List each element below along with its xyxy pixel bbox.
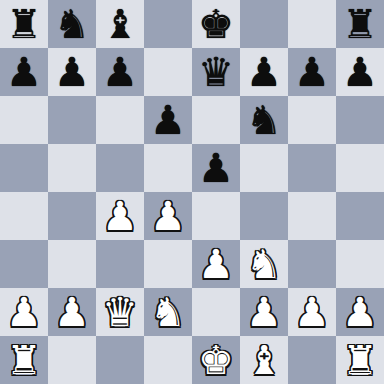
- piece-black-pawn[interactable]: ♟: [294, 48, 330, 96]
- square-g1[interactable]: [288, 336, 336, 384]
- piece-white-rook[interactable]: ♜: [6, 336, 42, 384]
- square-e4[interactable]: [192, 192, 240, 240]
- square-e3[interactable]: ♟: [192, 240, 240, 288]
- square-h6[interactable]: [336, 96, 384, 144]
- square-a1[interactable]: ♜: [0, 336, 48, 384]
- square-d4[interactable]: ♟: [144, 192, 192, 240]
- square-f8[interactable]: [240, 0, 288, 48]
- square-f7[interactable]: ♟: [240, 48, 288, 96]
- piece-white-queen[interactable]: ♛: [102, 288, 138, 336]
- piece-white-king[interactable]: ♚: [198, 336, 234, 384]
- square-b8[interactable]: ♞: [48, 0, 96, 48]
- piece-black-queen[interactable]: ♛: [198, 48, 234, 96]
- square-c5[interactable]: [96, 144, 144, 192]
- piece-black-pawn[interactable]: ♟: [54, 48, 90, 96]
- square-c3[interactable]: [96, 240, 144, 288]
- square-c4[interactable]: ♟: [96, 192, 144, 240]
- piece-white-pawn[interactable]: ♟: [294, 288, 330, 336]
- piece-black-pawn[interactable]: ♟: [246, 48, 282, 96]
- piece-black-rook[interactable]: ♜: [6, 0, 42, 48]
- piece-black-knight[interactable]: ♞: [54, 0, 90, 48]
- square-g3[interactable]: [288, 240, 336, 288]
- square-g4[interactable]: [288, 192, 336, 240]
- square-d6[interactable]: ♟: [144, 96, 192, 144]
- square-c6[interactable]: [96, 96, 144, 144]
- piece-white-pawn[interactable]: ♟: [246, 288, 282, 336]
- square-e5[interactable]: ♟: [192, 144, 240, 192]
- piece-white-pawn[interactable]: ♟: [54, 288, 90, 336]
- square-d7[interactable]: [144, 48, 192, 96]
- square-a8[interactable]: ♜: [0, 0, 48, 48]
- piece-white-pawn[interactable]: ♟: [150, 192, 186, 240]
- square-g8[interactable]: [288, 0, 336, 48]
- piece-black-pawn[interactable]: ♟: [342, 48, 378, 96]
- square-h5[interactable]: [336, 144, 384, 192]
- square-a2[interactable]: ♟: [0, 288, 48, 336]
- square-f1[interactable]: ♝: [240, 336, 288, 384]
- square-f2[interactable]: ♟: [240, 288, 288, 336]
- square-c2[interactable]: ♛: [96, 288, 144, 336]
- piece-white-rook[interactable]: ♜: [342, 336, 378, 384]
- square-f5[interactable]: [240, 144, 288, 192]
- square-e2[interactable]: [192, 288, 240, 336]
- square-h4[interactable]: [336, 192, 384, 240]
- piece-black-rook[interactable]: ♜: [342, 0, 378, 48]
- square-g5[interactable]: [288, 144, 336, 192]
- square-f6[interactable]: ♞: [240, 96, 288, 144]
- square-b1[interactable]: [48, 336, 96, 384]
- piece-black-king[interactable]: ♚: [198, 0, 234, 48]
- square-d3[interactable]: [144, 240, 192, 288]
- square-e8[interactable]: ♚: [192, 0, 240, 48]
- piece-white-pawn[interactable]: ♟: [198, 240, 234, 288]
- square-d8[interactable]: [144, 0, 192, 48]
- square-f4[interactable]: [240, 192, 288, 240]
- square-b4[interactable]: [48, 192, 96, 240]
- square-c1[interactable]: [96, 336, 144, 384]
- square-b3[interactable]: [48, 240, 96, 288]
- square-e7[interactable]: ♛: [192, 48, 240, 96]
- square-c8[interactable]: ♝: [96, 0, 144, 48]
- piece-black-knight[interactable]: ♞: [246, 96, 282, 144]
- piece-black-bishop[interactable]: ♝: [102, 0, 138, 48]
- square-g6[interactable]: [288, 96, 336, 144]
- square-e1[interactable]: ♚: [192, 336, 240, 384]
- square-a6[interactable]: [0, 96, 48, 144]
- square-d1[interactable]: [144, 336, 192, 384]
- piece-black-pawn[interactable]: ♟: [150, 96, 186, 144]
- chess-board: ♜♞♝♚♜♟♟♟♛♟♟♟♟♞♟♟♟♟♞♟♟♛♞♟♟♟♜♚♝♜: [0, 0, 384, 384]
- square-e6[interactable]: [192, 96, 240, 144]
- square-b6[interactable]: [48, 96, 96, 144]
- square-g7[interactable]: ♟: [288, 48, 336, 96]
- square-c7[interactable]: ♟: [96, 48, 144, 96]
- square-b5[interactable]: [48, 144, 96, 192]
- square-a3[interactable]: [0, 240, 48, 288]
- square-a5[interactable]: [0, 144, 48, 192]
- square-f3[interactable]: ♞: [240, 240, 288, 288]
- square-a4[interactable]: [0, 192, 48, 240]
- square-d2[interactable]: ♞: [144, 288, 192, 336]
- piece-black-pawn[interactable]: ♟: [198, 144, 234, 192]
- square-h8[interactable]: ♜: [336, 0, 384, 48]
- square-b2[interactable]: ♟: [48, 288, 96, 336]
- piece-white-pawn[interactable]: ♟: [102, 192, 138, 240]
- square-h2[interactable]: ♟: [336, 288, 384, 336]
- piece-white-bishop[interactable]: ♝: [246, 336, 282, 384]
- square-a7[interactable]: ♟: [0, 48, 48, 96]
- square-b7[interactable]: ♟: [48, 48, 96, 96]
- piece-white-pawn[interactable]: ♟: [6, 288, 42, 336]
- square-d5[interactable]: [144, 144, 192, 192]
- square-h3[interactable]: [336, 240, 384, 288]
- square-h1[interactable]: ♜: [336, 336, 384, 384]
- square-h7[interactable]: ♟: [336, 48, 384, 96]
- piece-black-pawn[interactable]: ♟: [102, 48, 138, 96]
- piece-white-knight[interactable]: ♞: [246, 240, 282, 288]
- piece-white-pawn[interactable]: ♟: [342, 288, 378, 336]
- piece-white-knight[interactable]: ♞: [150, 288, 186, 336]
- piece-black-pawn[interactable]: ♟: [6, 48, 42, 96]
- square-g2[interactable]: ♟: [288, 288, 336, 336]
